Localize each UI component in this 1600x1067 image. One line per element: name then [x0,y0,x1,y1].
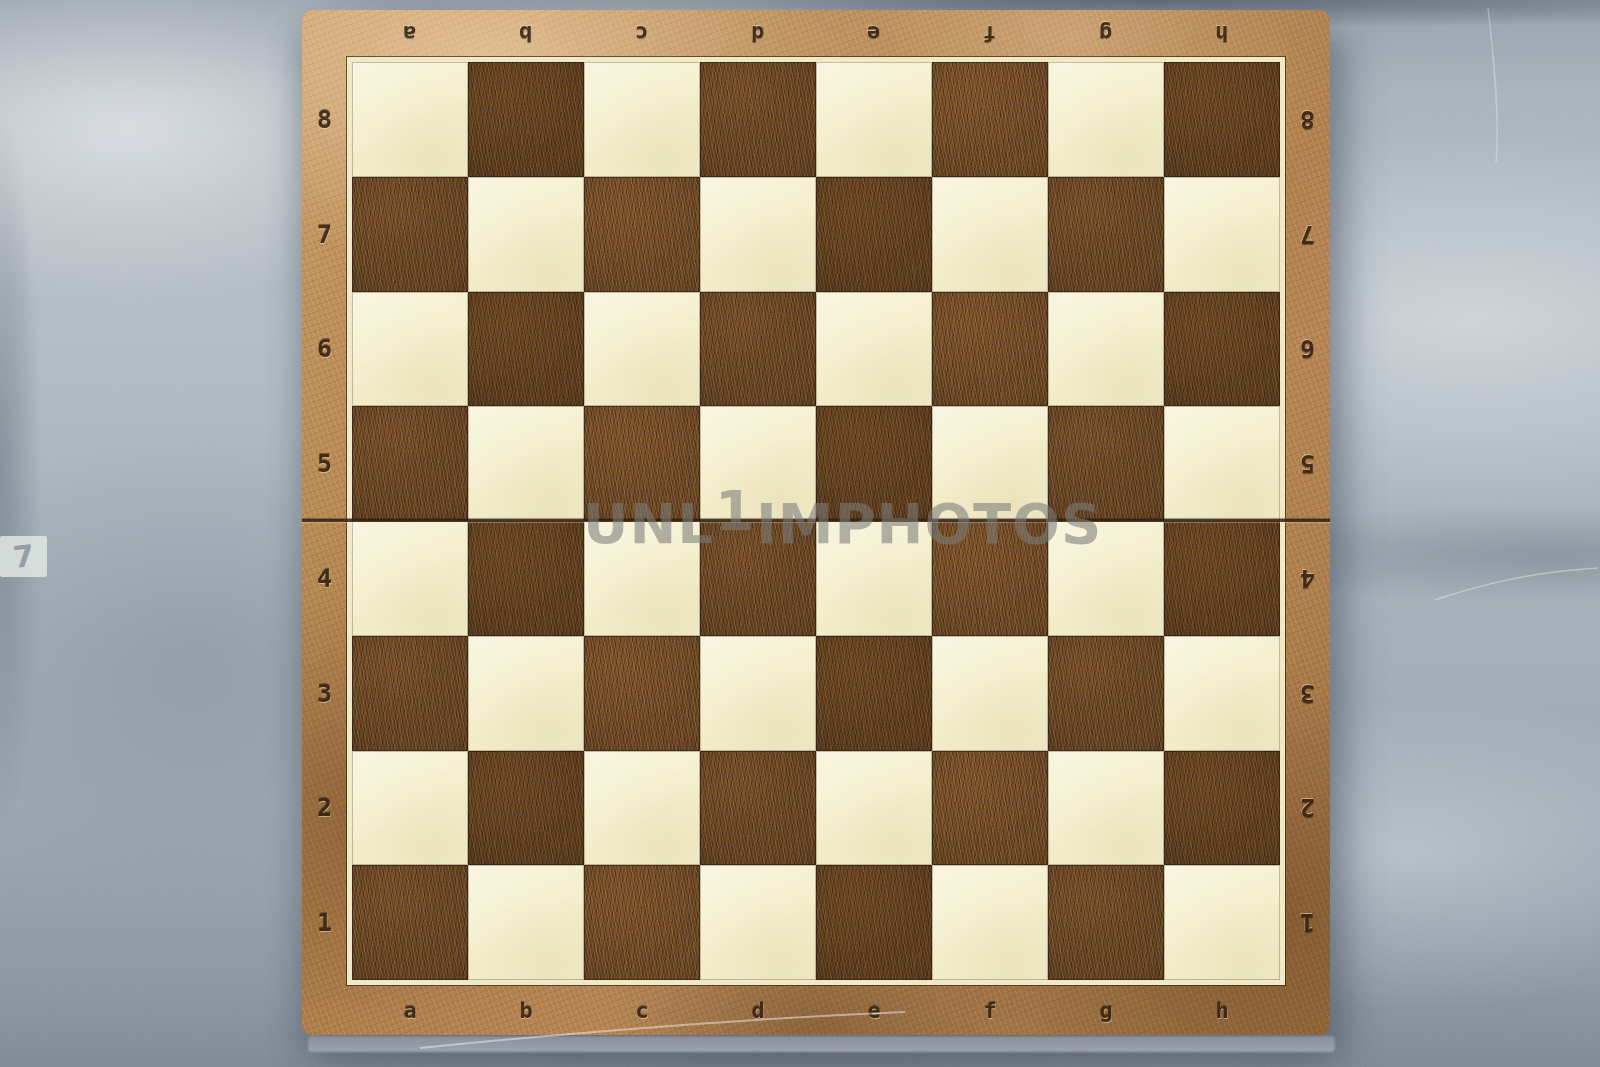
square-g8 [1048,62,1164,177]
square-d8 [700,62,816,177]
square-f7 [932,177,1048,292]
square-a2 [352,751,468,866]
square-d2 [700,751,816,866]
square-d3 [700,636,816,751]
rank-label-right-8: 8 [1300,105,1315,134]
square-b2 [468,751,584,866]
square-g1 [1048,865,1164,980]
square-e1 [816,865,932,980]
square-h6 [1164,292,1280,407]
square-h7 [1164,177,1280,292]
square-c1 [584,865,700,980]
square-g7 [1048,177,1164,292]
rank-label-right-5: 5 [1300,449,1315,478]
rank-label-left-3: 3 [317,679,332,708]
square-b6 [468,292,584,407]
square-d1 [700,865,816,980]
file-label-top-b: b [519,21,532,46]
square-e7 [816,177,932,292]
square-h4 [1164,521,1280,636]
rank-label-right-1: 1 [1300,908,1315,937]
square-e6 [816,292,932,407]
file-label-bottom-h: h [1215,998,1228,1023]
square-f6 [932,292,1048,407]
square-a4 [352,521,468,636]
square-b4 [468,521,584,636]
rank-label-right-7: 7 [1300,220,1315,249]
rank-label-left-7: 7 [317,220,332,249]
square-e8 [816,62,932,177]
rank-label-left-1: 1 [317,908,332,937]
square-c6 [584,292,700,407]
square-a6 [352,292,468,407]
file-label-top-g: g [1099,21,1112,46]
square-f2 [932,751,1048,866]
square-c7 [584,177,700,292]
rank-label-left-8: 8 [317,105,332,134]
file-labels-bottom: abcdefgh [352,986,1280,1035]
file-label-bottom-b: b [519,998,532,1023]
rank-label-right-2: 2 [1300,793,1315,822]
rank-labels-right: 87654321 [1285,62,1330,980]
file-labels-top: abcdefgh [352,10,1280,56]
square-b3 [468,636,584,751]
file-label-bottom-c: c [635,998,648,1023]
square-e2 [816,751,932,866]
watermark: UNL1IMPHOTOS [583,491,1102,556]
rank-label-left-2: 2 [317,793,332,822]
square-h8 [1164,62,1280,177]
watermark-post: IMPHOTOS [756,491,1102,556]
rank-label-left-5: 5 [317,449,332,478]
background-watermark-fragment: 7 [0,536,47,577]
rank-label-right-6: 6 [1300,334,1315,363]
square-f1 [932,865,1048,980]
square-c3 [584,636,700,751]
watermark-digit: 1 [715,478,755,543]
file-label-bottom-e: e [867,998,880,1023]
file-label-top-h: h [1215,21,1228,46]
square-c2 [584,751,700,866]
square-a3 [352,636,468,751]
rank-label-right-4: 4 [1300,564,1315,593]
rank-label-left-6: 6 [317,334,332,363]
rank-labels-left: 87654321 [302,62,347,980]
square-e3 [816,636,932,751]
square-h3 [1164,636,1280,751]
file-label-bottom-a: a [403,998,416,1023]
file-label-top-d: d [751,21,764,46]
square-a5 [352,406,468,521]
square-h1 [1164,865,1280,980]
square-d6 [700,292,816,407]
square-f3 [932,636,1048,751]
square-a7 [352,177,468,292]
square-b7 [468,177,584,292]
square-b5 [468,406,584,521]
file-label-bottom-f: f [983,998,996,1023]
file-label-bottom-g: g [1099,998,1112,1023]
file-label-top-e: e [867,21,880,46]
rank-label-left-4: 4 [317,564,332,593]
file-label-top-f: f [983,21,996,46]
file-label-top-c: c [635,21,648,46]
file-label-bottom-d: d [751,998,764,1023]
rank-label-right-3: 3 [1300,679,1315,708]
square-a1 [352,865,468,980]
square-b8 [468,62,584,177]
square-g6 [1048,292,1164,407]
square-d7 [700,177,816,292]
square-h5 [1164,406,1280,521]
square-g2 [1048,751,1164,866]
watermark-pre: UNL [583,491,714,556]
square-h2 [1164,751,1280,866]
file-label-top-a: a [403,21,416,46]
photo-canvas: 7 abcdefgh abcdefgh 87654321 87654321 UN… [0,0,1600,1067]
square-b1 [468,865,584,980]
square-f8 [932,62,1048,177]
square-g3 [1048,636,1164,751]
square-c8 [584,62,700,177]
square-a8 [352,62,468,177]
fragment-glyph: 7 [11,538,35,575]
